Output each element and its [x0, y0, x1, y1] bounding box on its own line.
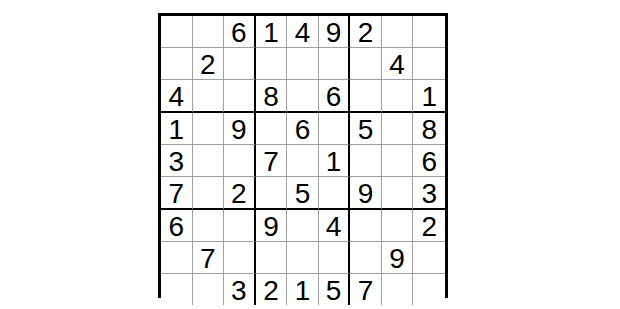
sudoku-cell[interactable]: 3	[413, 177, 445, 210]
sudoku-cell[interactable]: 9	[350, 177, 382, 210]
sudoku-cell[interactable]	[413, 16, 445, 48]
sudoku-cell[interactable]	[193, 113, 225, 145]
sudoku-cell[interactable]	[193, 16, 225, 48]
sudoku-cell[interactable]: 2	[193, 48, 225, 80]
sudoku-cell[interactable]: 6	[287, 113, 319, 145]
sudoku-cell[interactable]: 1	[319, 145, 351, 177]
sudoku-cell[interactable]: 7	[256, 145, 288, 177]
sudoku-cell[interactable]	[161, 242, 193, 274]
sudoku-cell[interactable]: 5	[350, 113, 382, 145]
sudoku-cell[interactable]: 3	[161, 145, 193, 177]
sudoku-cell[interactable]: 4	[287, 16, 319, 48]
sudoku-cell[interactable]: 6	[413, 145, 445, 177]
sudoku-cell[interactable]	[350, 80, 382, 113]
sudoku-cell[interactable]	[224, 48, 256, 80]
sudoku-cell[interactable]	[382, 274, 414, 305]
sudoku-cell[interactable]: 5	[319, 274, 351, 305]
sudoku-cell[interactable]	[319, 177, 351, 210]
sudoku-cell[interactable]	[193, 210, 225, 242]
sudoku-cell[interactable]: 7	[350, 274, 382, 305]
sudoku-cell[interactable]	[382, 113, 414, 145]
sudoku-cell[interactable]: 2	[256, 274, 288, 305]
sudoku-cell[interactable]	[287, 145, 319, 177]
sudoku-cell[interactable]: 1	[256, 16, 288, 48]
sudoku-cell[interactable]: 7	[161, 177, 193, 210]
sudoku-cell[interactable]	[161, 16, 193, 48]
sudoku-cell[interactable]	[413, 274, 445, 305]
sudoku-cell[interactable]	[319, 242, 351, 274]
sudoku-cell[interactable]: 1	[287, 274, 319, 305]
sudoku-cell[interactable]	[256, 48, 288, 80]
sudoku-cell[interactable]: 5	[287, 177, 319, 210]
sudoku-cell[interactable]	[350, 145, 382, 177]
sudoku-cell[interactable]: 8	[413, 113, 445, 145]
sudoku-cell[interactable]: 1	[161, 113, 193, 145]
sudoku-cell[interactable]: 6	[319, 80, 351, 113]
sudoku-cell[interactable]	[382, 210, 414, 242]
sudoku-cell[interactable]	[161, 48, 193, 80]
sudoku-cell[interactable]	[382, 145, 414, 177]
sudoku-cell[interactable]	[256, 177, 288, 210]
sudoku-cell[interactable]: 6	[224, 16, 256, 48]
sudoku-cell[interactable]	[224, 80, 256, 113]
sudoku-cell[interactable]	[224, 242, 256, 274]
sudoku-cell[interactable]: 1	[413, 80, 445, 113]
sudoku-cell[interactable]: 2	[350, 16, 382, 48]
sudoku-cell[interactable]	[287, 242, 319, 274]
sudoku-cell[interactable]	[350, 210, 382, 242]
sudoku-cell[interactable]	[287, 210, 319, 242]
sudoku-cell[interactable]: 4	[382, 48, 414, 80]
sudoku-cell[interactable]: 7	[193, 242, 225, 274]
sudoku-cell[interactable]: 9	[382, 242, 414, 274]
sudoku-cell[interactable]	[193, 274, 225, 305]
sudoku-cell[interactable]: 2	[413, 210, 445, 242]
sudoku-cell[interactable]: 6	[161, 210, 193, 242]
sudoku-cell[interactable]: 2	[224, 177, 256, 210]
sudoku-cell[interactable]	[161, 274, 193, 305]
sudoku-cell[interactable]: 9	[256, 210, 288, 242]
sudoku-cell[interactable]: 4	[319, 210, 351, 242]
sudoku-cell[interactable]	[319, 113, 351, 145]
sudoku-cell[interactable]: 8	[256, 80, 288, 113]
sudoku-cell[interactable]	[382, 16, 414, 48]
sudoku-cell[interactable]	[287, 48, 319, 80]
sudoku-cell[interactable]: 3	[224, 274, 256, 305]
sudoku-cell[interactable]	[287, 80, 319, 113]
sudoku-cell[interactable]	[413, 48, 445, 80]
sudoku-cell[interactable]	[319, 48, 351, 80]
sudoku-cell[interactable]	[350, 242, 382, 274]
sudoku-cell[interactable]: 4	[161, 80, 193, 113]
sudoku-cell[interactable]	[256, 113, 288, 145]
sudoku-cell[interactable]	[413, 242, 445, 274]
sudoku-cell[interactable]	[193, 145, 225, 177]
sudoku-cell[interactable]: 9	[224, 113, 256, 145]
sudoku-board: 614922448611965837167259369427932157	[158, 13, 448, 298]
sudoku-cell[interactable]: 9	[319, 16, 351, 48]
sudoku-cell[interactable]	[256, 242, 288, 274]
sudoku-cell[interactable]	[193, 80, 225, 113]
sudoku-cell[interactable]	[224, 145, 256, 177]
sudoku-cell[interactable]	[350, 48, 382, 80]
sudoku-cell[interactable]	[193, 177, 225, 210]
sudoku-cell[interactable]	[224, 210, 256, 242]
sudoku-cell[interactable]	[382, 80, 414, 113]
sudoku-cell[interactable]	[382, 177, 414, 210]
